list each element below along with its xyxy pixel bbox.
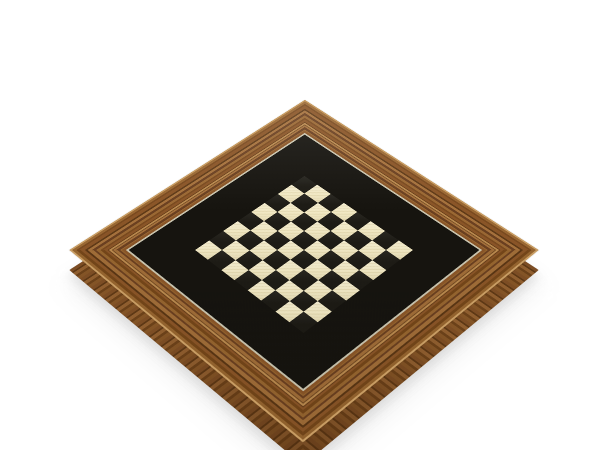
squares-grid — [195, 176, 413, 333]
product-photo-scene — [0, 0, 600, 450]
board-frame — [72, 101, 536, 439]
chessboard — [69, 100, 539, 443]
